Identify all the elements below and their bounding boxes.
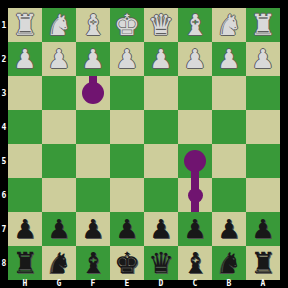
square-a8[interactable]: ♜: [246, 246, 280, 280]
square-d6[interactable]: [144, 178, 178, 212]
square-g5[interactable]: [42, 144, 76, 178]
rank-label-8: 8: [0, 246, 8, 280]
rank-labels: 12345678: [0, 8, 8, 280]
square-a7[interactable]: ♟: [246, 212, 280, 246]
square-d7[interactable]: ♟: [144, 212, 178, 246]
square-g8[interactable]: ♞: [42, 246, 76, 280]
white-queen-icon[interactable]: ♛: [148, 11, 174, 40]
white-pawn-icon[interactable]: ♟: [251, 46, 274, 72]
chess-board: ♜♞♝♚♛♝♞♜♟♟♟♟♟♟♟♟♟♟♟♟♟♟♟♟♜♞♝♚♛♝♞♜: [8, 8, 280, 280]
square-e4[interactable]: [110, 110, 144, 144]
rank-label-6: 6: [0, 178, 8, 212]
chess-app-screen: ♜♞♝♚♛♝♞♜♟♟♟♟♟♟♟♟♟♟♟♟♟♟♟♟♜♞♝♚♛♝♞♜ 1234567…: [0, 0, 288, 288]
black-king-icon[interactable]: ♚: [114, 249, 140, 278]
square-b3[interactable]: [212, 76, 246, 110]
square-c7[interactable]: ♟: [178, 212, 212, 246]
square-g3[interactable]: [42, 76, 76, 110]
square-f2[interactable]: ♟: [76, 42, 110, 76]
file-label-a: A: [246, 279, 280, 288]
square-e1[interactable]: ♚: [110, 8, 144, 42]
file-label-g: G: [42, 279, 76, 288]
square-d8[interactable]: ♛: [144, 246, 178, 280]
square-h6[interactable]: [8, 178, 42, 212]
black-pawn-icon[interactable]: ♟: [47, 216, 70, 242]
white-rook-icon[interactable]: ♜: [250, 11, 276, 40]
black-knight-icon[interactable]: ♞: [216, 249, 242, 278]
white-bishop-icon[interactable]: ♝: [80, 11, 106, 40]
square-f5[interactable]: [76, 144, 110, 178]
square-d1[interactable]: ♛: [144, 8, 178, 42]
square-h5[interactable]: [8, 144, 42, 178]
square-a5[interactable]: [246, 144, 280, 178]
file-label-e: E: [110, 279, 144, 288]
rank-label-5: 5: [0, 144, 8, 178]
black-pawn-icon[interactable]: ♟: [13, 216, 36, 242]
square-d4[interactable]: [144, 110, 178, 144]
square-c3[interactable]: [178, 76, 212, 110]
square-b2[interactable]: ♟: [212, 42, 246, 76]
square-c4[interactable]: [178, 110, 212, 144]
black-knight-icon[interactable]: ♞: [46, 249, 72, 278]
square-d2[interactable]: ♟: [144, 42, 178, 76]
square-c8[interactable]: ♝: [178, 246, 212, 280]
black-pawn-icon[interactable]: ♟: [217, 216, 240, 242]
square-f8[interactable]: ♝: [76, 246, 110, 280]
square-f1[interactable]: ♝: [76, 8, 110, 42]
square-g1[interactable]: ♞: [42, 8, 76, 42]
file-labels: HGFEDCBA: [8, 279, 280, 288]
square-g7[interactable]: ♟: [42, 212, 76, 246]
square-c5[interactable]: [178, 144, 212, 178]
square-h2[interactable]: ♟: [8, 42, 42, 76]
square-b5[interactable]: [212, 144, 246, 178]
square-f7[interactable]: ♟: [76, 212, 110, 246]
square-f6[interactable]: [76, 178, 110, 212]
square-g4[interactable]: [42, 110, 76, 144]
square-a1[interactable]: ♜: [246, 8, 280, 42]
rank-label-7: 7: [0, 212, 8, 246]
square-b8[interactable]: ♞: [212, 246, 246, 280]
square-a6[interactable]: [246, 178, 280, 212]
square-b7[interactable]: ♟: [212, 212, 246, 246]
square-e2[interactable]: ♟: [110, 42, 144, 76]
square-b4[interactable]: [212, 110, 246, 144]
square-e7[interactable]: ♟: [110, 212, 144, 246]
file-label-b: B: [212, 279, 246, 288]
white-pawn-icon[interactable]: ♟: [81, 46, 104, 72]
square-h8[interactable]: ♜: [8, 246, 42, 280]
file-label-c: C: [178, 279, 212, 288]
black-queen-icon[interactable]: ♛: [148, 249, 174, 278]
white-pawn-icon[interactable]: ♟: [183, 46, 206, 72]
square-e6[interactable]: [110, 178, 144, 212]
white-knight-icon[interactable]: ♞: [46, 11, 72, 40]
white-pawn-icon[interactable]: ♟: [47, 46, 70, 72]
black-bishop-icon[interactable]: ♝: [182, 249, 208, 278]
rank-label-3: 3: [0, 76, 8, 110]
white-pawn-icon[interactable]: ♟: [149, 46, 172, 72]
black-pawn-icon[interactable]: ♟: [183, 216, 206, 242]
white-pawn-icon[interactable]: ♟: [115, 46, 138, 72]
square-c2[interactable]: ♟: [178, 42, 212, 76]
white-knight-icon[interactable]: ♞: [216, 11, 242, 40]
black-rook-icon[interactable]: ♜: [250, 249, 276, 278]
square-e8[interactable]: ♚: [110, 246, 144, 280]
white-bishop-icon[interactable]: ♝: [182, 11, 208, 40]
black-pawn-icon[interactable]: ♟: [115, 216, 138, 242]
square-a4[interactable]: [246, 110, 280, 144]
black-pawn-icon[interactable]: ♟: [81, 216, 104, 242]
file-label-f: F: [76, 279, 110, 288]
square-b6[interactable]: [212, 178, 246, 212]
square-b1[interactable]: ♞: [212, 8, 246, 42]
square-h3[interactable]: [8, 76, 42, 110]
file-label-d: D: [144, 279, 178, 288]
square-e5[interactable]: [110, 144, 144, 178]
square-e3[interactable]: [110, 76, 144, 110]
file-label-h: H: [8, 279, 42, 288]
square-g6[interactable]: [42, 178, 76, 212]
square-d3[interactable]: [144, 76, 178, 110]
square-c6[interactable]: [178, 178, 212, 212]
white-rook-icon[interactable]: ♜: [12, 11, 38, 40]
rank-label-1: 1: [0, 8, 8, 42]
square-f3[interactable]: [76, 76, 110, 110]
black-pawn-icon[interactable]: ♟: [149, 216, 172, 242]
white-pawn-icon[interactable]: ♟: [217, 46, 240, 72]
square-h4[interactable]: [8, 110, 42, 144]
white-king-icon[interactable]: ♚: [114, 11, 140, 40]
square-a3[interactable]: [246, 76, 280, 110]
black-pawn-icon[interactable]: ♟: [251, 216, 274, 242]
rank-label-2: 2: [0, 42, 8, 76]
square-a2[interactable]: ♟: [246, 42, 280, 76]
square-d5[interactable]: [144, 144, 178, 178]
white-pawn-icon[interactable]: ♟: [13, 46, 36, 72]
square-g2[interactable]: ♟: [42, 42, 76, 76]
rank-label-4: 4: [0, 110, 8, 144]
square-f4[interactable]: [76, 110, 110, 144]
black-bishop-icon[interactable]: ♝: [80, 249, 106, 278]
square-h1[interactable]: ♜: [8, 8, 42, 42]
black-rook-icon[interactable]: ♜: [12, 249, 38, 278]
square-c1[interactable]: ♝: [178, 8, 212, 42]
square-h7[interactable]: ♟: [8, 212, 42, 246]
